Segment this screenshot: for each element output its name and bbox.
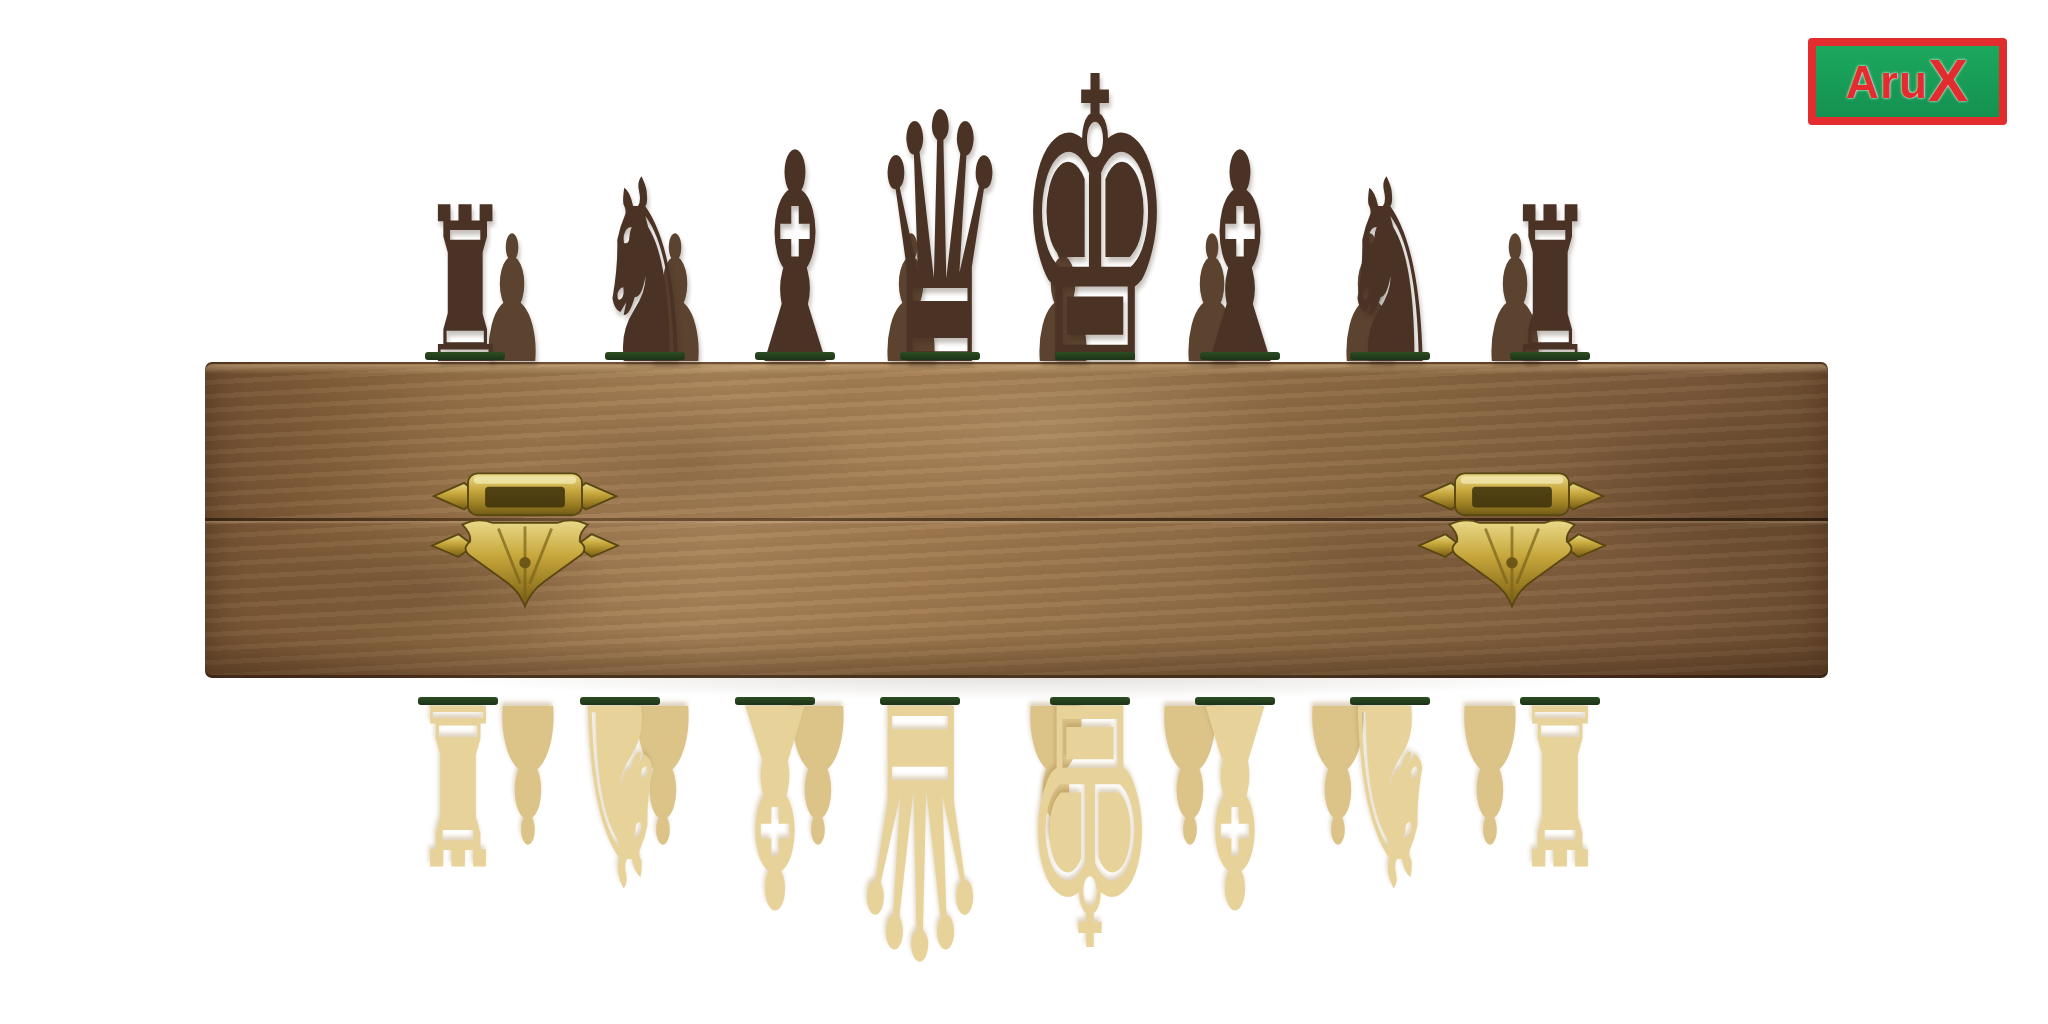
- brand-logo: AruX: [1808, 38, 2007, 125]
- piece-felt-base: [1510, 352, 1590, 360]
- chess-piece-dark-rook: ♜: [1507, 179, 1594, 394]
- chess-piece-light-bishop: ♝: [719, 663, 832, 943]
- piece-felt-base: [1520, 697, 1600, 705]
- brand-text-x: X: [1928, 47, 1969, 114]
- chess-piece-light-bishop: ♝: [1179, 663, 1292, 943]
- piece-felt-base: [418, 697, 498, 705]
- piece-felt-base: [1055, 352, 1135, 360]
- chess-piece-light-rook: ♜: [1516, 672, 1605, 892]
- piece-felt-base: [1195, 697, 1275, 705]
- piece-felt-base: [605, 352, 685, 360]
- piece-felt-base: [1200, 352, 1280, 360]
- chess-piece-dark-queen: ♛: [870, 69, 1009, 414]
- piece-felt-base: [735, 697, 815, 705]
- piece-felt-base: [755, 352, 835, 360]
- piece-felt-base: [900, 352, 980, 360]
- chess-piece-dark-bishop: ♝: [737, 116, 854, 406]
- brass-clasp-left: [430, 462, 620, 614]
- chess-piece-light-rook: ♜: [414, 672, 503, 892]
- piece-felt-base: [880, 697, 960, 705]
- chess-piece-dark-bishop: ♝: [1182, 116, 1299, 406]
- product-photo: ♟♟♟♟♟♟♟♜♞♝♛♚♝♞♜♟♟♟♟♟♟♟♜♞♝♛♚♝♞♜ AruX: [0, 0, 2048, 1024]
- piece-felt-base: [580, 697, 660, 705]
- piece-felt-base: [425, 352, 505, 360]
- brass-clasp-right: [1417, 462, 1607, 614]
- chess-piece-dark-rook: ♜: [422, 179, 509, 394]
- piece-felt-base: [1350, 697, 1430, 705]
- chess-piece-dark-king: ♚: [1016, 28, 1175, 421]
- chess-piece-dark-knight: ♞: [594, 147, 696, 400]
- piece-felt-base: [1050, 697, 1130, 705]
- piece-felt-base: [1350, 352, 1430, 360]
- brand-text: AruX: [1846, 55, 1969, 109]
- chess-piece-dark-knight: ♞: [1339, 147, 1441, 400]
